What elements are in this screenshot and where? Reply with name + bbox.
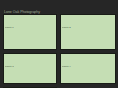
photo-caption: Photo 3 — [5, 55, 22, 58]
photo-caption: Photo 1 — [5, 16, 22, 19]
nav-item-about[interactable]: About — [48, 4, 61, 7]
top-nav: Home About Gallery Prints Contact — [32, 4, 116, 7]
page: { "page": { "background_color": "#262626… — [0, 0, 118, 88]
photo-tile-3[interactable]: Photo 3 — [3, 53, 57, 84]
photo-tile-4[interactable]: Photo 4 — [60, 53, 116, 84]
photo-caption: Photo 2 — [62, 16, 79, 19]
photo-caption: Photo 4 — [62, 55, 79, 58]
nav-item-home[interactable]: Home — [32, 4, 45, 7]
nav-item-gallery[interactable]: Gallery — [64, 4, 80, 7]
site-tagline: Blog — [4, 7, 44, 11]
photo-grid: Photo 1 Photo 2 Photo 3 Photo 4 — [3, 14, 116, 88]
photo-tile-1[interactable]: Photo 1 — [3, 14, 57, 50]
photo-tile-2[interactable]: Photo 2 — [60, 14, 116, 50]
photo-tile-5-cutoff[interactable] — [3, 87, 57, 88]
nav-item-prints[interactable]: Prints — [83, 4, 96, 7]
nav-item-contact[interactable]: Contact — [99, 4, 116, 7]
